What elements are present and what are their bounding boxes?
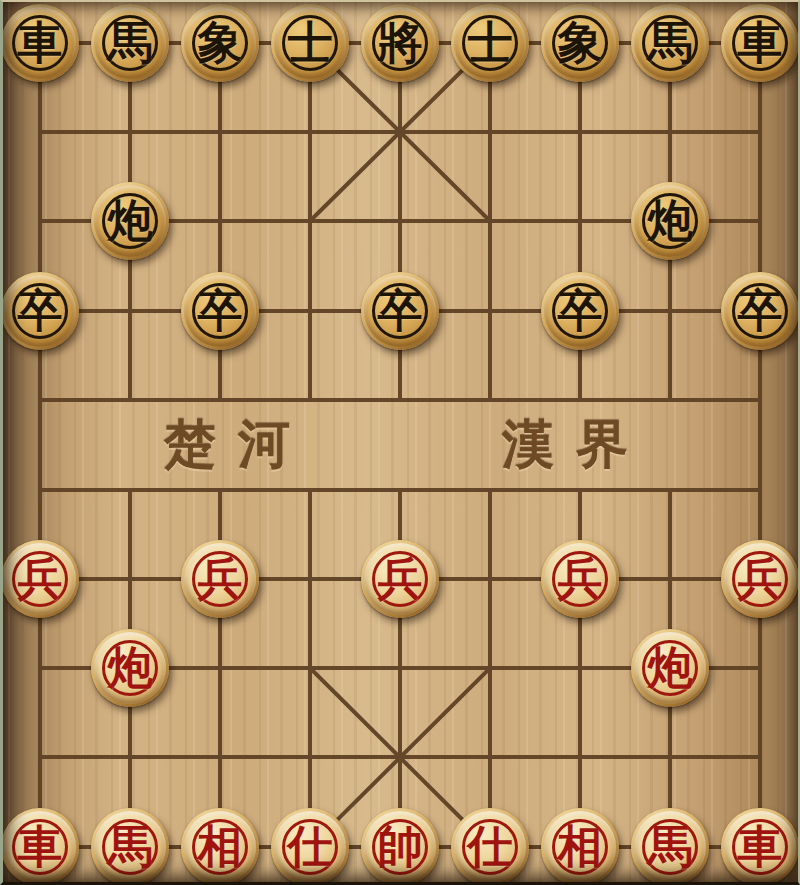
piece-glyph: 車 bbox=[18, 21, 63, 66]
piece-black-cannon[interactable]: 炮 bbox=[91, 182, 169, 260]
piece-black-advisor[interactable]: 士 bbox=[271, 4, 349, 82]
piece-glyph: 車 bbox=[738, 825, 783, 870]
piece-black-soldier[interactable]: 卒 bbox=[541, 272, 619, 350]
piece-red-cannon[interactable]: 炮 bbox=[631, 629, 709, 707]
piece-glyph: 炮 bbox=[108, 199, 153, 244]
piece-face: 馬 bbox=[94, 811, 166, 883]
piece-black-chariot[interactable]: 車 bbox=[721, 4, 799, 82]
piece-face: 炮 bbox=[94, 185, 166, 257]
piece-face: 卒 bbox=[184, 275, 256, 347]
piece-face: 車 bbox=[724, 811, 796, 883]
piece-glyph: 炮 bbox=[108, 646, 153, 691]
piece-glyph: 卒 bbox=[198, 289, 243, 334]
river-label-right: 漢界 bbox=[465, 406, 665, 484]
piece-face: 炮 bbox=[634, 185, 706, 257]
piece-black-elephant[interactable]: 象 bbox=[541, 4, 619, 82]
piece-black-soldier[interactable]: 卒 bbox=[721, 272, 799, 350]
piece-glyph: 士 bbox=[468, 21, 513, 66]
piece-glyph: 馬 bbox=[108, 825, 153, 870]
piece-black-soldier[interactable]: 卒 bbox=[181, 272, 259, 350]
piece-glyph: 卒 bbox=[378, 289, 423, 334]
piece-black-soldier[interactable]: 卒 bbox=[361, 272, 439, 350]
piece-red-soldier[interactable]: 兵 bbox=[541, 540, 619, 618]
piece-face: 卒 bbox=[544, 275, 616, 347]
board-grid-lines bbox=[0, 0, 800, 885]
piece-face: 兵 bbox=[364, 543, 436, 615]
piece-face: 象 bbox=[544, 7, 616, 79]
river-label-left: 楚河 bbox=[127, 406, 327, 484]
piece-face: 兵 bbox=[4, 543, 76, 615]
piece-black-horse[interactable]: 馬 bbox=[631, 4, 709, 82]
piece-face: 卒 bbox=[4, 275, 76, 347]
piece-face: 卒 bbox=[364, 275, 436, 347]
piece-face: 車 bbox=[4, 811, 76, 883]
piece-face: 象 bbox=[184, 7, 256, 79]
piece-face: 馬 bbox=[634, 811, 706, 883]
piece-face: 相 bbox=[544, 811, 616, 883]
piece-face: 士 bbox=[274, 7, 346, 79]
piece-glyph: 兵 bbox=[198, 557, 243, 602]
piece-red-horse[interactable]: 馬 bbox=[91, 808, 169, 885]
piece-face: 帥 bbox=[364, 811, 436, 883]
piece-face: 將 bbox=[364, 7, 436, 79]
piece-black-soldier[interactable]: 卒 bbox=[1, 272, 79, 350]
piece-red-elephant[interactable]: 相 bbox=[181, 808, 259, 885]
piece-black-chariot[interactable]: 車 bbox=[1, 4, 79, 82]
piece-red-chariot[interactable]: 車 bbox=[1, 808, 79, 885]
piece-glyph: 兵 bbox=[558, 557, 603, 602]
piece-glyph: 仕 bbox=[468, 825, 513, 870]
piece-black-horse[interactable]: 馬 bbox=[91, 4, 169, 82]
piece-glyph: 車 bbox=[738, 21, 783, 66]
piece-red-general[interactable]: 帥 bbox=[361, 808, 439, 885]
piece-glyph: 兵 bbox=[18, 557, 63, 602]
piece-glyph: 象 bbox=[558, 21, 603, 66]
piece-glyph: 兵 bbox=[378, 557, 423, 602]
piece-red-cannon[interactable]: 炮 bbox=[91, 629, 169, 707]
piece-glyph: 卒 bbox=[558, 289, 603, 334]
piece-glyph: 相 bbox=[558, 825, 603, 870]
piece-glyph: 兵 bbox=[738, 557, 783, 602]
piece-glyph: 帥 bbox=[378, 825, 423, 870]
piece-face: 車 bbox=[724, 7, 796, 79]
piece-glyph: 馬 bbox=[648, 21, 693, 66]
xiangqi-board[interactable]: 楚河 漢界 車馬象士將士象馬車炮炮卒卒卒卒卒兵兵兵兵兵炮炮車馬相仕帥仕相馬車 bbox=[0, 0, 800, 885]
piece-face: 兵 bbox=[184, 543, 256, 615]
piece-glyph: 仕 bbox=[288, 825, 333, 870]
piece-red-soldier[interactable]: 兵 bbox=[1, 540, 79, 618]
piece-glyph: 車 bbox=[18, 825, 63, 870]
piece-glyph: 卒 bbox=[738, 289, 783, 334]
piece-black-cannon[interactable]: 炮 bbox=[631, 182, 709, 260]
piece-red-elephant[interactable]: 相 bbox=[541, 808, 619, 885]
piece-face: 兵 bbox=[724, 543, 796, 615]
piece-red-soldier[interactable]: 兵 bbox=[181, 540, 259, 618]
piece-face: 仕 bbox=[274, 811, 346, 883]
piece-face: 車 bbox=[4, 7, 76, 79]
piece-face: 馬 bbox=[634, 7, 706, 79]
piece-face: 炮 bbox=[94, 632, 166, 704]
piece-red-chariot[interactable]: 車 bbox=[721, 808, 799, 885]
piece-glyph: 象 bbox=[198, 21, 243, 66]
piece-red-advisor[interactable]: 仕 bbox=[271, 808, 349, 885]
piece-glyph: 炮 bbox=[648, 199, 693, 244]
piece-black-advisor[interactable]: 士 bbox=[451, 4, 529, 82]
piece-glyph: 將 bbox=[378, 21, 423, 66]
piece-face: 兵 bbox=[544, 543, 616, 615]
piece-glyph: 卒 bbox=[18, 289, 63, 334]
piece-red-soldier[interactable]: 兵 bbox=[721, 540, 799, 618]
piece-glyph: 士 bbox=[288, 21, 333, 66]
piece-black-general[interactable]: 將 bbox=[361, 4, 439, 82]
piece-glyph: 相 bbox=[198, 825, 243, 870]
piece-glyph: 馬 bbox=[648, 825, 693, 870]
piece-red-soldier[interactable]: 兵 bbox=[361, 540, 439, 618]
piece-face: 炮 bbox=[634, 632, 706, 704]
piece-glyph: 馬 bbox=[108, 21, 153, 66]
piece-red-advisor[interactable]: 仕 bbox=[451, 808, 529, 885]
piece-face: 馬 bbox=[94, 7, 166, 79]
piece-face: 士 bbox=[454, 7, 526, 79]
piece-face: 仕 bbox=[454, 811, 526, 883]
piece-face: 卒 bbox=[724, 275, 796, 347]
piece-glyph: 炮 bbox=[648, 646, 693, 691]
piece-face: 相 bbox=[184, 811, 256, 883]
piece-red-horse[interactable]: 馬 bbox=[631, 808, 709, 885]
piece-black-elephant[interactable]: 象 bbox=[181, 4, 259, 82]
